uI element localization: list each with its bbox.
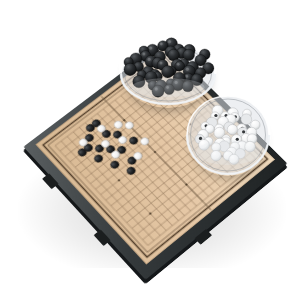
white-stone-bowl <box>185 94 271 176</box>
white-stones-heap <box>185 94 271 176</box>
product-photo[interactable] <box>0 0 300 300</box>
